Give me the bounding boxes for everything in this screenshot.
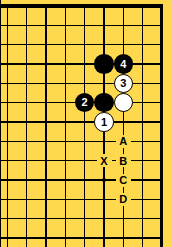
grid-line-horizontal bbox=[0, 25, 163, 26]
point-label-B: B bbox=[116, 154, 131, 167]
cut-edge-line bbox=[0, 0, 1, 247]
grid-line-horizontal bbox=[0, 218, 163, 219]
point-label-D: D bbox=[116, 193, 131, 206]
grid-line-vertical bbox=[65, 4, 66, 247]
stone-white-move-1: 1 bbox=[94, 112, 114, 132]
grid-line-horizontal bbox=[0, 237, 163, 238]
stone-move-number: 1 bbox=[101, 117, 107, 128]
stone-move-number: 2 bbox=[82, 97, 88, 108]
grid-line-vertical bbox=[84, 4, 85, 247]
grid-line-vertical bbox=[7, 4, 8, 247]
grid-line-horizontal bbox=[0, 199, 163, 200]
grid-line-vertical bbox=[26, 4, 27, 247]
grid-line-horizontal bbox=[0, 44, 163, 45]
stone-black bbox=[94, 54, 114, 74]
grid-line-horizontal bbox=[0, 121, 163, 122]
grid-line-horizontal bbox=[0, 160, 163, 161]
stone-move-number: 4 bbox=[120, 59, 126, 70]
grid-line-vertical bbox=[123, 4, 124, 247]
go-diagram: AXBCD4321 bbox=[0, 0, 171, 247]
point-label-A: A bbox=[116, 135, 131, 148]
stone-move-number: 3 bbox=[120, 78, 126, 89]
stone-white-move-3: 3 bbox=[114, 74, 134, 94]
intersection-1-1 bbox=[0, 0, 17, 16]
stone-black-move-4: 4 bbox=[114, 54, 134, 74]
grid-line-horizontal bbox=[0, 63, 163, 64]
board-edge-right bbox=[160, 4, 163, 247]
grid-line-horizontal bbox=[0, 83, 163, 84]
point-label-X: X bbox=[97, 154, 112, 167]
point-label-C: C bbox=[116, 174, 131, 187]
grid-line-vertical bbox=[142, 4, 143, 247]
board-edge-top bbox=[0, 4, 163, 7]
go-board: AXBCD4321 bbox=[0, 0, 171, 247]
grid-line-vertical bbox=[45, 4, 46, 247]
grid-line-horizontal bbox=[0, 179, 163, 180]
stone-black bbox=[94, 93, 114, 113]
grid-line-horizontal bbox=[0, 141, 163, 142]
